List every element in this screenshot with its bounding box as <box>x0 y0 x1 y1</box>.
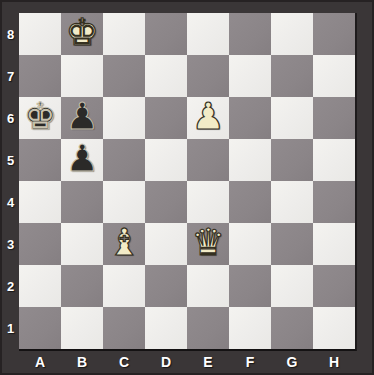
black-king[interactable]: ♚ <box>23 96 56 138</box>
square-b8[interactable]: ♚ <box>61 13 103 55</box>
square-a6[interactable]: ♚ <box>19 97 61 139</box>
square-h6[interactable] <box>313 97 355 139</box>
white-queen[interactable]: ♛ <box>191 222 224 264</box>
file-label-h: H <box>313 351 355 373</box>
square-f5[interactable] <box>229 139 271 181</box>
square-e8[interactable] <box>187 13 229 55</box>
rank-label-2: 2 <box>2 265 19 307</box>
square-d1[interactable] <box>145 307 187 349</box>
square-c5[interactable] <box>103 139 145 181</box>
square-b4[interactable] <box>61 181 103 223</box>
white-pawn[interactable]: ♟ <box>191 96 224 138</box>
square-h8[interactable] <box>313 13 355 55</box>
square-d7[interactable] <box>145 55 187 97</box>
square-a4[interactable] <box>19 181 61 223</box>
file-label-b: B <box>61 351 103 373</box>
square-d8[interactable] <box>145 13 187 55</box>
square-g6[interactable] <box>271 97 313 139</box>
rank-label-4: 4 <box>2 181 19 223</box>
square-g1[interactable] <box>271 307 313 349</box>
square-d6[interactable] <box>145 97 187 139</box>
square-g3[interactable] <box>271 223 313 265</box>
square-g7[interactable] <box>271 55 313 97</box>
square-h7[interactable] <box>313 55 355 97</box>
file-label-f: F <box>229 351 271 373</box>
square-c4[interactable] <box>103 181 145 223</box>
square-b5[interactable]: ♟ <box>61 139 103 181</box>
square-d2[interactable] <box>145 265 187 307</box>
square-f4[interactable] <box>229 181 271 223</box>
chessboard[interactable]: ♚♚♟♟♟♝♛ <box>19 13 357 351</box>
square-b3[interactable] <box>61 223 103 265</box>
square-e3[interactable]: ♛ <box>187 223 229 265</box>
square-h5[interactable] <box>313 139 355 181</box>
square-h4[interactable] <box>313 181 355 223</box>
square-a5[interactable] <box>19 139 61 181</box>
square-a8[interactable] <box>19 13 61 55</box>
black-pawn[interactable]: ♟ <box>65 138 98 180</box>
square-f1[interactable] <box>229 307 271 349</box>
file-label-e: E <box>187 351 229 373</box>
square-b1[interactable] <box>61 307 103 349</box>
chessboard-frame: 87654321 ♚♚♟♟♟♝♛ ABCDEFGH <box>0 0 374 375</box>
square-c3[interactable]: ♝ <box>103 223 145 265</box>
square-g2[interactable] <box>271 265 313 307</box>
square-h3[interactable] <box>313 223 355 265</box>
black-pawn[interactable]: ♟ <box>65 96 98 138</box>
square-c6[interactable] <box>103 97 145 139</box>
square-f6[interactable] <box>229 97 271 139</box>
square-d3[interactable] <box>145 223 187 265</box>
rank-label-6: 6 <box>2 97 19 139</box>
square-b7[interactable] <box>61 55 103 97</box>
square-g8[interactable] <box>271 13 313 55</box>
square-c2[interactable] <box>103 265 145 307</box>
rank-label-8: 8 <box>2 13 19 55</box>
square-h1[interactable] <box>313 307 355 349</box>
rank-label-1: 1 <box>2 307 19 349</box>
rank-labels: 87654321 <box>2 13 19 349</box>
square-d5[interactable] <box>145 139 187 181</box>
file-label-a: A <box>19 351 61 373</box>
file-labels: ABCDEFGH <box>19 351 355 373</box>
square-e2[interactable] <box>187 265 229 307</box>
square-f3[interactable] <box>229 223 271 265</box>
square-e1[interactable] <box>187 307 229 349</box>
square-e5[interactable] <box>187 139 229 181</box>
white-bishop[interactable]: ♝ <box>107 222 140 264</box>
rank-label-7: 7 <box>2 55 19 97</box>
square-e6[interactable]: ♟ <box>187 97 229 139</box>
square-f8[interactable] <box>229 13 271 55</box>
square-g5[interactable] <box>271 139 313 181</box>
file-label-c: C <box>103 351 145 373</box>
square-b6[interactable]: ♟ <box>61 97 103 139</box>
square-c8[interactable] <box>103 13 145 55</box>
file-label-g: G <box>271 351 313 373</box>
square-h2[interactable] <box>313 265 355 307</box>
rank-label-3: 3 <box>2 223 19 265</box>
white-king[interactable]: ♚ <box>65 12 98 54</box>
square-c1[interactable] <box>103 307 145 349</box>
square-b2[interactable] <box>61 265 103 307</box>
square-g4[interactable] <box>271 181 313 223</box>
square-c7[interactable] <box>103 55 145 97</box>
square-a1[interactable] <box>19 307 61 349</box>
square-a3[interactable] <box>19 223 61 265</box>
square-f7[interactable] <box>229 55 271 97</box>
square-d4[interactable] <box>145 181 187 223</box>
square-a2[interactable] <box>19 265 61 307</box>
file-label-d: D <box>145 351 187 373</box>
square-e4[interactable] <box>187 181 229 223</box>
square-e7[interactable] <box>187 55 229 97</box>
square-a7[interactable] <box>19 55 61 97</box>
rank-label-5: 5 <box>2 139 19 181</box>
square-f2[interactable] <box>229 265 271 307</box>
